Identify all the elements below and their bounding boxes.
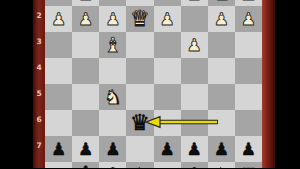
black-pawn-g7[interactable]: ♟ — [214, 141, 229, 158]
square-f6[interactable] — [181, 110, 208, 136]
square-h5[interactable] — [235, 84, 262, 110]
square-h8[interactable]: ♜ — [235, 162, 262, 168]
square-a8[interactable] — [45, 162, 72, 168]
black-pawn-a7[interactable]: ♟ — [51, 141, 66, 158]
square-g4[interactable] — [208, 58, 235, 84]
square-f3[interactable]: ♟ — [181, 32, 208, 58]
black-pawn-f7[interactable]: ♟ — [187, 141, 202, 158]
square-f7[interactable]: ♟ — [181, 136, 208, 162]
square-d8[interactable]: ♞ — [126, 162, 153, 168]
square-g2[interactable]: ♟ — [208, 6, 235, 32]
square-a3[interactable] — [45, 32, 72, 58]
black-pawn-b7[interactable]: ♟ — [78, 141, 93, 158]
black-pawn-h7[interactable]: ♟ — [241, 141, 256, 158]
square-e8[interactable] — [154, 162, 181, 168]
square-a2[interactable]: ♟ — [45, 6, 72, 32]
white-rook-h1[interactable]: ♜ — [240, 0, 257, 3]
rank-label-5: 5 — [33, 88, 45, 100]
square-c5[interactable]: ♞ — [99, 84, 126, 110]
square-e4[interactable] — [154, 58, 181, 84]
black-knight-d8[interactable]: ♞ — [131, 165, 149, 168]
square-d4[interactable] — [126, 58, 153, 84]
white-knight-c5[interactable]: ♞ — [104, 87, 122, 107]
right-maroon-border — [262, 0, 275, 168]
right-black-margin — [275, 0, 300, 168]
square-a5[interactable] — [45, 84, 72, 110]
rank-label-7: 7 — [33, 140, 45, 152]
square-e2[interactable]: ♟ — [154, 6, 181, 32]
square-d2[interactable]: ♛ — [126, 6, 153, 32]
rank-coordinate-strip: 234567 — [33, 0, 45, 168]
square-f5[interactable] — [181, 84, 208, 110]
square-c3[interactable]: ♝ — [99, 32, 126, 58]
left-black-margin — [0, 0, 33, 168]
white-pawn-b2[interactable]: ♟ — [78, 11, 93, 28]
white-pawn-c2[interactable]: ♟ — [105, 11, 120, 28]
square-f2[interactable] — [181, 6, 208, 32]
square-g7[interactable]: ♟ — [208, 136, 235, 162]
square-b7[interactable]: ♟ — [72, 136, 99, 162]
white-bishop-f1[interactable]: ♝ — [185, 0, 203, 3]
square-e3[interactable] — [154, 32, 181, 58]
black-rook-h8[interactable]: ♜ — [240, 166, 257, 169]
square-d5[interactable] — [126, 84, 153, 110]
square-h2[interactable]: ♟ — [235, 6, 262, 32]
black-bishop-f8[interactable]: ♝ — [185, 165, 203, 168]
square-g6[interactable] — [208, 110, 235, 136]
chess-board: ♚♝♞♜♟♟♟♛♟♟♟♝♟♞♛♟♟♟♟♟♟♟♚♝♞♝♞♜ — [45, 0, 262, 168]
black-pawn-c7[interactable]: ♟ — [105, 141, 120, 158]
square-b8[interactable]: ♚ — [72, 162, 99, 168]
square-a4[interactable] — [45, 58, 72, 84]
square-a7[interactable]: ♟ — [45, 136, 72, 162]
square-g5[interactable] — [208, 84, 235, 110]
square-c7[interactable]: ♟ — [99, 136, 126, 162]
rank-label-2: 2 — [33, 10, 45, 22]
white-king-b1[interactable]: ♚ — [76, 0, 96, 4]
square-c6[interactable] — [99, 110, 126, 136]
square-h3[interactable] — [235, 32, 262, 58]
rank-label-3: 3 — [33, 36, 45, 48]
black-bishop-c8[interactable]: ♝ — [104, 165, 122, 168]
square-e7[interactable]: ♟ — [154, 136, 181, 162]
square-h4[interactable] — [235, 58, 262, 84]
square-b2[interactable]: ♟ — [72, 6, 99, 32]
black-knight-g8[interactable]: ♞ — [212, 165, 230, 168]
white-pawn-f3[interactable]: ♟ — [187, 37, 202, 54]
square-a6[interactable] — [45, 110, 72, 136]
rank-label-4: 4 — [33, 62, 45, 74]
square-d3[interactable] — [126, 32, 153, 58]
white-queen-d2[interactable]: ♛ — [130, 8, 150, 30]
black-king-b8[interactable]: ♚ — [76, 164, 96, 168]
square-g3[interactable] — [208, 32, 235, 58]
square-g8[interactable]: ♞ — [208, 162, 235, 168]
square-b5[interactable] — [72, 84, 99, 110]
square-c8[interactable]: ♝ — [99, 162, 126, 168]
square-b6[interactable] — [72, 110, 99, 136]
white-pawn-a2[interactable]: ♟ — [51, 11, 66, 28]
black-queen-d6[interactable]: ♛ — [130, 112, 150, 134]
white-bishop-c3[interactable]: ♝ — [104, 35, 122, 55]
square-d7[interactable] — [126, 136, 153, 162]
square-h7[interactable]: ♟ — [235, 136, 262, 162]
square-b3[interactable] — [72, 32, 99, 58]
square-e5[interactable] — [154, 84, 181, 110]
square-d6[interactable]: ♛ — [126, 110, 153, 136]
square-f8[interactable]: ♝ — [181, 162, 208, 168]
square-b4[interactable] — [72, 58, 99, 84]
white-pawn-e2[interactable]: ♟ — [159, 11, 174, 28]
square-c4[interactable] — [99, 58, 126, 84]
chess-app-frame: 234567 ♚♝♞♜♟♟♟♛♟♟♟♝♟♞♛♟♟♟♟♟♟♟♚♝♞♝♞♜ — [0, 0, 300, 168]
white-knight-g1[interactable]: ♞ — [212, 0, 230, 3]
square-e6[interactable] — [154, 110, 181, 136]
white-pawn-h2[interactable]: ♟ — [241, 11, 256, 28]
square-h6[interactable] — [235, 110, 262, 136]
square-c2[interactable]: ♟ — [99, 6, 126, 32]
rank-label-6: 6 — [33, 114, 45, 126]
white-pawn-g2[interactable]: ♟ — [214, 11, 229, 28]
square-f4[interactable] — [181, 58, 208, 84]
black-pawn-e7[interactable]: ♟ — [159, 141, 174, 158]
